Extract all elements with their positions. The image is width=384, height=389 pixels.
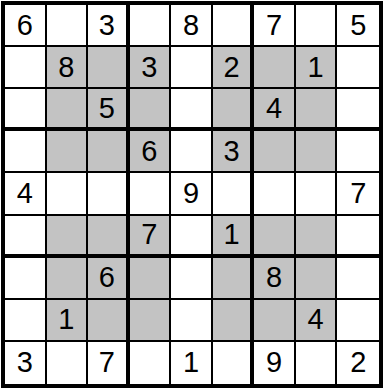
- cell-r9c9[interactable]: 2: [337, 342, 379, 384]
- cell-r8c4[interactable]: [130, 300, 172, 342]
- cell-r9c3[interactable]: 7: [88, 342, 130, 384]
- cell-r6c1[interactable]: [5, 216, 47, 258]
- cell-r4c6[interactable]: 3: [213, 131, 255, 173]
- cell-r1c3[interactable]: 3: [88, 5, 130, 47]
- cell-r6c7[interactable]: [254, 216, 296, 258]
- cell-r1c6[interactable]: [213, 5, 255, 47]
- cell-r5c4[interactable]: [130, 173, 172, 215]
- cell-r7c1[interactable]: [5, 258, 47, 300]
- cell-r7c7[interactable]: 8: [254, 258, 296, 300]
- cell-r1c8[interactable]: [296, 5, 338, 47]
- cell-r8c6[interactable]: [213, 300, 255, 342]
- cell-r1c9[interactable]: 5: [337, 5, 379, 47]
- cell-r2c1[interactable]: [5, 47, 47, 89]
- cell-r7c4[interactable]: [130, 258, 172, 300]
- cell-r5c5[interactable]: 9: [171, 173, 213, 215]
- cell-r2c5[interactable]: [171, 47, 213, 89]
- cell-r3c6[interactable]: [213, 89, 255, 131]
- cell-r2c6[interactable]: 2: [213, 47, 255, 89]
- cell-r6c2[interactable]: [47, 216, 89, 258]
- cell-r4c1[interactable]: [5, 131, 47, 173]
- given-digit: 9: [266, 348, 282, 377]
- cell-r2c8[interactable]: 1: [296, 47, 338, 89]
- given-digit: 1: [183, 348, 199, 377]
- cell-r2c2[interactable]: 8: [47, 47, 89, 89]
- cell-r4c5[interactable]: [171, 131, 213, 173]
- cell-r7c8[interactable]: [296, 258, 338, 300]
- cell-r7c5[interactable]: [171, 258, 213, 300]
- given-digit: 8: [58, 53, 74, 82]
- cell-r8c8[interactable]: 4: [296, 300, 338, 342]
- given-digit: 6: [141, 137, 157, 166]
- cell-r5c2[interactable]: [47, 173, 89, 215]
- given-digit: 7: [266, 11, 282, 40]
- given-digit: 2: [350, 348, 366, 377]
- cell-r1c7[interactable]: 7: [254, 5, 296, 47]
- cell-r5c7[interactable]: [254, 173, 296, 215]
- cell-r1c1[interactable]: 6: [5, 5, 47, 47]
- cell-r6c9[interactable]: [337, 216, 379, 258]
- given-digit: 6: [17, 11, 33, 40]
- cell-r2c4[interactable]: 3: [130, 47, 172, 89]
- cell-r4c7[interactable]: [254, 131, 296, 173]
- cell-r3c9[interactable]: [337, 89, 379, 131]
- cell-r9c4[interactable]: [130, 342, 172, 384]
- cell-r6c4[interactable]: 7: [130, 216, 172, 258]
- given-digit: 4: [308, 305, 324, 334]
- given-digit: 2: [223, 53, 239, 82]
- given-digit: 6: [99, 263, 115, 292]
- cell-r5c3[interactable]: [88, 173, 130, 215]
- cell-r8c2[interactable]: 1: [47, 300, 89, 342]
- given-digit: 4: [266, 94, 282, 123]
- cell-r9c7[interactable]: 9: [254, 342, 296, 384]
- cell-r3c1[interactable]: [5, 89, 47, 131]
- cell-r9c8[interactable]: [296, 342, 338, 384]
- cell-r5c8[interactable]: [296, 173, 338, 215]
- cell-r8c9[interactable]: [337, 300, 379, 342]
- cell-r7c6[interactable]: [213, 258, 255, 300]
- cell-r5c6[interactable]: [213, 173, 255, 215]
- cell-r4c4[interactable]: 6: [130, 131, 172, 173]
- cell-r3c8[interactable]: [296, 89, 338, 131]
- cell-r3c3[interactable]: 5: [88, 89, 130, 131]
- cell-r6c5[interactable]: [171, 216, 213, 258]
- cell-r6c6[interactable]: 1: [213, 216, 255, 258]
- given-digit: 8: [266, 263, 282, 292]
- given-digit: 3: [99, 11, 115, 40]
- cell-r3c2[interactable]: [47, 89, 89, 131]
- cell-r4c8[interactable]: [296, 131, 338, 173]
- cell-r7c3[interactable]: 6: [88, 258, 130, 300]
- cell-r6c3[interactable]: [88, 216, 130, 258]
- cell-r8c3[interactable]: [88, 300, 130, 342]
- given-digit: 5: [350, 11, 366, 40]
- given-digit: 4: [17, 179, 33, 208]
- cell-r8c1[interactable]: [5, 300, 47, 342]
- cell-r8c5[interactable]: [171, 300, 213, 342]
- given-digit: 7: [350, 179, 366, 208]
- cell-r6c8[interactable]: [296, 216, 338, 258]
- cell-r1c4[interactable]: [130, 5, 172, 47]
- cell-r9c2[interactable]: [47, 342, 89, 384]
- cell-r1c2[interactable]: [47, 5, 89, 47]
- cell-r2c3[interactable]: [88, 47, 130, 89]
- cell-r8c7[interactable]: [254, 300, 296, 342]
- given-digit: 7: [141, 220, 157, 249]
- sudoku-board: 638758321546349771681437192: [1, 1, 383, 388]
- given-digit: 3: [223, 137, 239, 166]
- cell-r4c2[interactable]: [47, 131, 89, 173]
- given-digit: 9: [183, 179, 199, 208]
- given-digit: 7: [99, 348, 115, 377]
- given-digit: 1: [58, 305, 74, 334]
- cell-r9c6[interactable]: [213, 342, 255, 384]
- cell-r2c9[interactable]: [337, 47, 379, 89]
- given-digit: 1: [308, 53, 324, 82]
- cell-r3c7[interactable]: 4: [254, 89, 296, 131]
- given-digit: 3: [17, 348, 33, 377]
- cell-r3c4[interactable]: [130, 89, 172, 131]
- cell-r5c1[interactable]: 4: [5, 173, 47, 215]
- given-digit: 1: [223, 220, 239, 249]
- cell-r1c5[interactable]: 8: [171, 5, 213, 47]
- given-digit: 5: [99, 94, 115, 123]
- cell-r4c3[interactable]: [88, 131, 130, 173]
- cell-r4c9[interactable]: [337, 131, 379, 173]
- cell-r9c1[interactable]: 3: [5, 342, 47, 384]
- cell-r2c7[interactable]: [254, 47, 296, 89]
- cell-r3c5[interactable]: [171, 89, 213, 131]
- given-digit: 8: [183, 11, 199, 40]
- cell-r5c9[interactable]: 7: [337, 173, 379, 215]
- cell-r7c9[interactable]: [337, 258, 379, 300]
- sudoku-page: 638758321546349771681437192: [0, 0, 384, 389]
- cell-r7c2[interactable]: [47, 258, 89, 300]
- given-digit: 3: [141, 53, 157, 82]
- cell-r9c5[interactable]: 1: [171, 342, 213, 384]
